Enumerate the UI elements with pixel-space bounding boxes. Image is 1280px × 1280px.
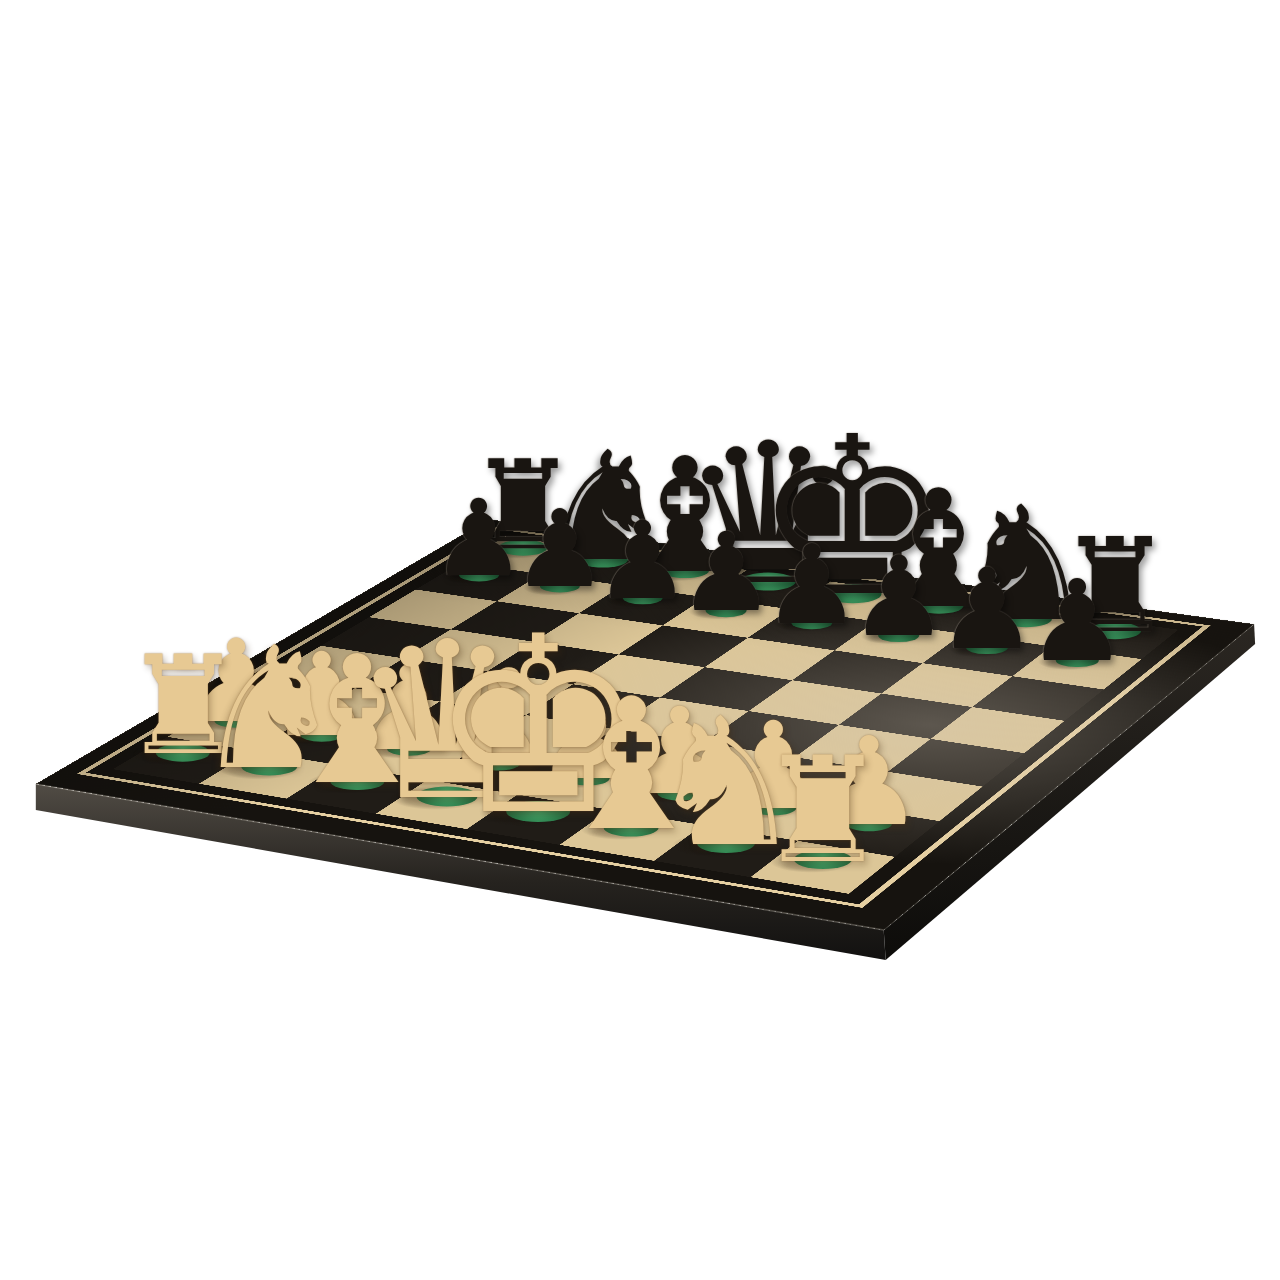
- black-p-glyph: ♟: [937, 554, 1037, 666]
- chess-set-photo: ♜♞♝♛♚♝♞♜♟♟♟♟♟♟♟♟♟♟♟♟♟♟♟♟♜♞♝♛♚♝♞♜: [0, 0, 1280, 1280]
- black-p-glyph: ♟: [1027, 566, 1128, 679]
- black-p-glyph: ♟: [678, 519, 775, 628]
- black-p-glyph: ♟: [849, 542, 948, 653]
- white-r-glyph: ♜: [757, 737, 888, 883]
- black-p-glyph: ♟: [763, 530, 861, 640]
